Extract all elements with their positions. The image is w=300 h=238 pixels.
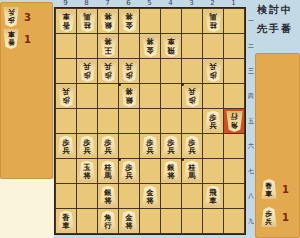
hand-piece-count: 1 xyxy=(282,212,289,223)
star-point xyxy=(118,158,121,161)
piece-gote-歩兵-34: 歩兵 xyxy=(184,86,201,107)
square-7-3[interactable]: 歩兵 xyxy=(98,59,118,83)
rank-labels: 一二三四五六七八九 xyxy=(246,8,256,233)
status-turn-indicator: 先手番 xyxy=(257,22,293,36)
square-3-3[interactable] xyxy=(182,59,202,83)
hand-piece-tile: 歩兵 xyxy=(3,7,19,27)
piece-gote-歩兵-23: 歩兵 xyxy=(205,61,222,82)
square-1-1[interactable] xyxy=(224,9,244,33)
hand-piece-count: 3 xyxy=(24,12,31,23)
square-4-7[interactable]: 銀将 xyxy=(161,159,181,183)
hand-piece-tile: 香車 xyxy=(261,179,277,199)
square-7-5[interactable] xyxy=(98,109,118,133)
square-9-1[interactable]: 香車 xyxy=(56,9,76,33)
square-4-3[interactable] xyxy=(161,59,181,83)
piece-sente-歩兵-96: 歩兵 xyxy=(58,136,75,157)
rank-label-1: 一 xyxy=(247,10,256,31)
square-4-5[interactable] xyxy=(161,109,181,133)
piece-sente-桂馬-77: 桂馬 xyxy=(100,161,117,182)
square-2-7[interactable] xyxy=(203,159,223,183)
piece-gote-金将-61: 金将 xyxy=(121,11,138,32)
square-5-5[interactable] xyxy=(140,109,160,133)
square-9-5[interactable] xyxy=(56,109,76,133)
file-label-8: 8 xyxy=(76,0,97,7)
piece-gote-角行-15: 角行 xyxy=(226,111,243,132)
piece-sente-歩兵-46: 歩兵 xyxy=(163,136,180,157)
square-8-3[interactable]: 歩兵 xyxy=(77,59,97,83)
piece-sente-金将-58: 金将 xyxy=(142,186,159,207)
star-point xyxy=(181,158,184,161)
piece-gote-歩兵-63: 歩兵 xyxy=(121,61,138,82)
square-9-8[interactable] xyxy=(56,184,76,208)
square-1-8[interactable] xyxy=(224,184,244,208)
piece-gote-金将-52: 金将 xyxy=(142,36,159,57)
gote-hand-香車[interactable]: 香車1 xyxy=(3,29,31,49)
piece-gote-王将-72: 王将 xyxy=(100,36,117,57)
file-label-4: 4 xyxy=(160,0,181,7)
square-7-9[interactable]: 角行 xyxy=(98,209,118,233)
file-label-2: 2 xyxy=(202,0,223,7)
piece-sente-飛車-28: 飛車 xyxy=(205,186,222,207)
square-8-9[interactable] xyxy=(77,209,97,233)
star-point xyxy=(181,83,184,86)
file-label-5: 5 xyxy=(139,0,160,7)
hand-piece-count: 1 xyxy=(24,34,31,45)
status-analyzing: 検討中 xyxy=(257,3,293,17)
piece-sente-玉将-87: 玉将 xyxy=(79,161,96,182)
square-2-9[interactable] xyxy=(203,209,223,233)
square-5-8[interactable]: 金将 xyxy=(140,184,160,208)
square-6-2[interactable] xyxy=(119,34,139,58)
piece-sente-銀将-78: 銀将 xyxy=(100,186,117,207)
rank-label-7: 七 xyxy=(247,160,256,181)
rank-label-8: 八 xyxy=(247,185,256,206)
square-2-5[interactable]: 歩兵 xyxy=(203,109,223,133)
square-5-9[interactable] xyxy=(140,209,160,233)
hand-piece-count: 1 xyxy=(282,184,289,195)
hand-piece-tile: 香車 xyxy=(3,29,19,49)
square-6-8[interactable] xyxy=(119,184,139,208)
piece-sente-香車-99: 香車 xyxy=(58,211,75,232)
board: 香車桂馬銀将金将桂馬王将金将飛車歩兵歩兵歩兵歩兵歩兵銀将歩兵歩兵角行歩兵歩兵歩兵… xyxy=(55,8,245,234)
square-2-8[interactable]: 飛車 xyxy=(203,184,223,208)
square-9-7[interactable] xyxy=(56,159,76,183)
square-7-8[interactable]: 銀将 xyxy=(98,184,118,208)
square-6-5[interactable] xyxy=(119,109,139,133)
square-9-2[interactable] xyxy=(56,34,76,58)
square-5-7[interactable] xyxy=(140,159,160,183)
rank-label-3: 三 xyxy=(247,60,256,81)
square-2-2[interactable] xyxy=(203,34,223,58)
square-7-4[interactable] xyxy=(98,84,118,108)
square-4-2[interactable]: 飛車 xyxy=(161,34,181,58)
square-3-4[interactable]: 歩兵 xyxy=(182,84,202,108)
square-1-5[interactable]: 角行 xyxy=(224,109,244,133)
piece-gote-桂馬-21: 桂馬 xyxy=(205,11,222,32)
square-7-7[interactable]: 桂馬 xyxy=(98,159,118,183)
piece-sente-歩兵-76: 歩兵 xyxy=(100,136,117,157)
piece-sente-金将-69: 金将 xyxy=(121,211,138,232)
square-9-6[interactable]: 歩兵 xyxy=(56,134,76,158)
square-4-1[interactable] xyxy=(161,9,181,33)
square-7-6[interactable]: 歩兵 xyxy=(98,134,118,158)
square-1-7[interactable] xyxy=(224,159,244,183)
square-3-2[interactable] xyxy=(182,34,202,58)
piece-gote-飛車-42: 飛車 xyxy=(163,36,180,57)
square-5-1[interactable] xyxy=(140,9,160,33)
square-8-7[interactable]: 玉将 xyxy=(77,159,97,183)
sente-hand-香車[interactable]: 香車1 xyxy=(261,179,289,199)
square-4-4[interactable] xyxy=(161,84,181,108)
piece-gote-銀将-71: 銀将 xyxy=(100,11,117,32)
square-3-1[interactable] xyxy=(182,9,202,33)
square-2-3[interactable]: 歩兵 xyxy=(203,59,223,83)
gote-hand-歩兵[interactable]: 歩兵3 xyxy=(3,7,31,27)
square-6-6[interactable] xyxy=(119,134,139,158)
piece-sente-歩兵-67: 歩兵 xyxy=(121,161,138,182)
square-2-6[interactable] xyxy=(203,134,223,158)
piece-sente-歩兵-56: 歩兵 xyxy=(142,136,159,157)
rank-label-5: 五 xyxy=(247,110,256,131)
square-1-4[interactable] xyxy=(224,84,244,108)
square-5-6[interactable]: 歩兵 xyxy=(140,134,160,158)
hand-piece-tile: 歩兵 xyxy=(261,207,277,227)
square-8-8[interactable] xyxy=(77,184,97,208)
square-8-2[interactable] xyxy=(77,34,97,58)
square-5-3[interactable] xyxy=(140,59,160,83)
square-3-6[interactable]: 歩兵 xyxy=(182,134,202,158)
square-9-4[interactable]: 歩兵 xyxy=(56,84,76,108)
square-8-6[interactable]: 歩兵 xyxy=(77,134,97,158)
square-9-3[interactable] xyxy=(56,59,76,83)
file-labels: 987654321 xyxy=(55,0,245,7)
file-label-3: 3 xyxy=(181,0,202,7)
square-1-3[interactable] xyxy=(224,59,244,83)
rank-label-6: 六 xyxy=(247,135,256,156)
piece-sente-銀将-47: 銀将 xyxy=(163,161,180,182)
square-8-4[interactable] xyxy=(77,84,97,108)
piece-gote-歩兵-94: 歩兵 xyxy=(58,86,75,107)
piece-sente-歩兵-86: 歩兵 xyxy=(79,136,96,157)
shogi-app: 歩兵3香車1 香車1歩兵1 検討中 先手番 987654321 香車桂馬銀将金将… xyxy=(0,0,300,238)
piece-gote-桂馬-81: 桂馬 xyxy=(79,11,96,32)
square-3-8[interactable] xyxy=(182,184,202,208)
background-patch xyxy=(0,179,54,238)
piece-sente-歩兵-25: 歩兵 xyxy=(205,111,222,132)
square-5-2[interactable]: 金将 xyxy=(140,34,160,58)
rank-label-9: 九 xyxy=(247,210,256,231)
square-1-2[interactable] xyxy=(224,34,244,58)
piece-sente-桂馬-37: 桂馬 xyxy=(184,161,201,182)
square-8-1[interactable]: 桂馬 xyxy=(77,9,97,33)
square-6-1[interactable]: 金将 xyxy=(119,9,139,33)
sente-hand-panel: 香車1歩兵1 xyxy=(255,53,300,238)
rank-label-2: 二 xyxy=(247,35,256,56)
square-3-7[interactable]: 桂馬 xyxy=(182,159,202,183)
square-2-4[interactable] xyxy=(203,84,223,108)
square-6-3[interactable]: 歩兵 xyxy=(119,59,139,83)
piece-sente-角行-79: 角行 xyxy=(100,211,117,232)
file-label-1: 1 xyxy=(223,0,244,7)
square-2-1[interactable]: 桂馬 xyxy=(203,9,223,33)
square-4-8[interactable] xyxy=(161,184,181,208)
square-7-2[interactable]: 王将 xyxy=(98,34,118,58)
sente-hand-歩兵[interactable]: 歩兵1 xyxy=(261,207,289,227)
file-label-7: 7 xyxy=(97,0,118,7)
file-label-9: 9 xyxy=(55,0,76,7)
square-4-6[interactable]: 歩兵 xyxy=(161,134,181,158)
star-point xyxy=(118,83,121,86)
square-3-5[interactable] xyxy=(182,109,202,133)
square-6-4[interactable]: 銀将 xyxy=(119,84,139,108)
square-6-7[interactable]: 歩兵 xyxy=(119,159,139,183)
piece-gote-香車-91: 香車 xyxy=(58,11,75,32)
gote-hand-panel: 歩兵3香車1 xyxy=(0,2,53,179)
piece-gote-歩兵-73: 歩兵 xyxy=(100,61,117,82)
square-8-5[interactable] xyxy=(77,109,97,133)
square-9-9[interactable]: 香車 xyxy=(56,209,76,233)
square-1-9[interactable] xyxy=(224,209,244,233)
square-6-9[interactable]: 金将 xyxy=(119,209,139,233)
square-4-9[interactable] xyxy=(161,209,181,233)
square-5-4[interactable] xyxy=(140,84,160,108)
square-1-6[interactable] xyxy=(224,134,244,158)
rank-label-4: 四 xyxy=(247,85,256,106)
piece-gote-歩兵-83: 歩兵 xyxy=(79,61,96,82)
board-frame: 香車桂馬銀将金将桂馬王将金将飛車歩兵歩兵歩兵歩兵歩兵銀将歩兵歩兵角行歩兵歩兵歩兵… xyxy=(54,7,246,235)
square-7-1[interactable]: 銀将 xyxy=(98,9,118,33)
piece-sente-歩兵-36: 歩兵 xyxy=(184,136,201,157)
piece-gote-銀将-64: 銀将 xyxy=(121,86,138,107)
file-label-6: 6 xyxy=(118,0,139,7)
square-3-9[interactable] xyxy=(182,209,202,233)
